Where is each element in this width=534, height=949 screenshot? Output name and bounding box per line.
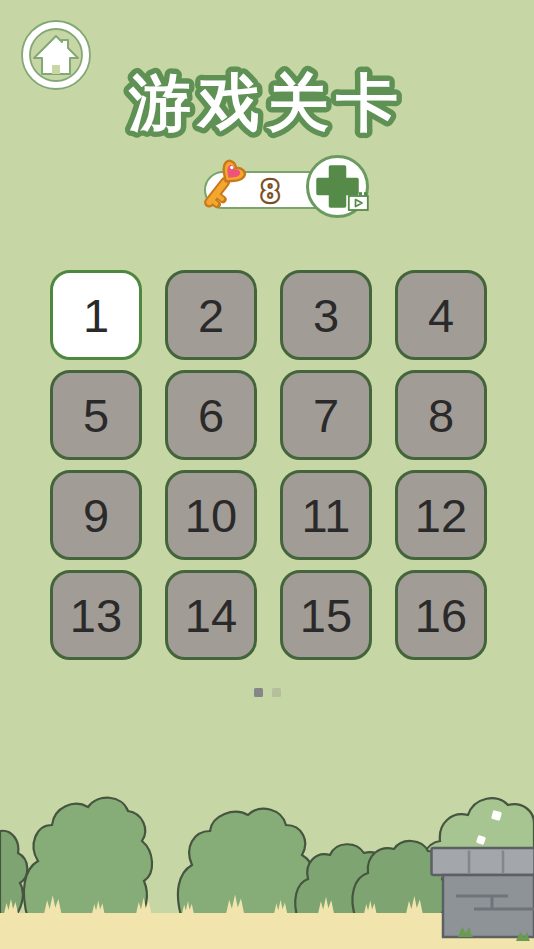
level-button-12[interactable]: 12 xyxy=(395,470,487,560)
level-button-8[interactable]: 8 xyxy=(395,370,487,460)
level-button-3[interactable]: 3 xyxy=(280,270,372,360)
page-title: 游戏关卡 xyxy=(0,50,534,150)
level-grid: 1 2 3 4 5 6 7 8 9 10 11 12 13 14 15 16 xyxy=(50,270,487,660)
add-keys-button[interactable] xyxy=(306,155,369,218)
scenery-decoration xyxy=(0,779,534,949)
level-button-15[interactable]: 15 xyxy=(280,570,372,660)
level-select-screen: 游戏关卡 8 xyxy=(0,0,534,949)
page-dot-1 xyxy=(254,688,263,697)
level-button-6[interactable]: 6 xyxy=(165,370,257,460)
level-button-11[interactable]: 11 xyxy=(280,470,372,560)
level-button-10[interactable]: 10 xyxy=(165,470,257,560)
level-button-2[interactable]: 2 xyxy=(165,270,257,360)
level-button-4[interactable]: 4 xyxy=(395,270,487,360)
level-button-1[interactable]: 1 xyxy=(50,270,142,360)
level-button-9[interactable]: 9 xyxy=(50,470,142,560)
level-button-16[interactable]: 16 xyxy=(395,570,487,660)
svg-text:游戏关卡: 游戏关卡 xyxy=(128,68,405,137)
level-button-7[interactable]: 7 xyxy=(280,370,372,460)
bush xyxy=(178,809,314,919)
level-button-5[interactable]: 5 xyxy=(50,370,142,460)
page-indicator xyxy=(0,688,534,697)
bush xyxy=(24,798,152,919)
page-dot-2 xyxy=(272,688,281,697)
chimney-body xyxy=(443,875,534,937)
level-button-13[interactable]: 13 xyxy=(50,570,142,660)
bush xyxy=(0,831,27,919)
key-count: 8 xyxy=(242,172,298,210)
svg-text:8: 8 xyxy=(261,174,278,209)
chimney-cap xyxy=(432,848,534,875)
video-ad-icon xyxy=(347,191,370,212)
level-button-14[interactable]: 14 xyxy=(165,570,257,660)
